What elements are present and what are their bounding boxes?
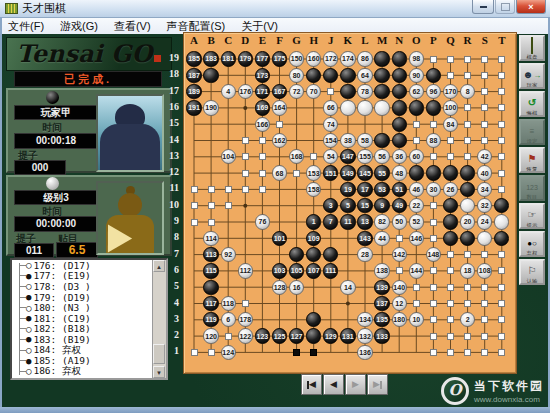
white-stone-Q16: 100 [443, 100, 458, 115]
move-list-item-184[interactable]: ○184: 弃权 [12, 345, 166, 356]
move-text: 181: (C19) [33, 313, 90, 324]
black-stone-B7: 113 [203, 247, 218, 262]
white-komi-value: 6.5 [56, 242, 98, 258]
white-move-icon: ○ [26, 324, 31, 334]
black-stone-B6: 115 [203, 263, 218, 278]
move-text: 187: (A18) [33, 376, 90, 380]
white-stone-D6: 112 [238, 263, 253, 278]
white-territory-marker-D11 [242, 186, 249, 193]
white-stone-N5: 140 [392, 280, 407, 295]
white-territory-marker-T5 [498, 284, 505, 291]
row-label-3: 3 [161, 313, 179, 324]
white-territory-marker-S19 [481, 56, 488, 63]
white-territory-marker-R15 [464, 121, 471, 128]
white-stone-B16: 190 [203, 100, 218, 115]
white-time-value: 00:00:00 [14, 216, 98, 232]
move-list-item-186[interactable]: ○186: 弃权 [12, 366, 166, 377]
white-territory-marker-S14 [481, 137, 488, 144]
maximize-button[interactable] [495, 0, 515, 14]
white-territory-marker-R13 [464, 153, 471, 160]
white-stone-G19: 150 [289, 51, 304, 66]
close-button[interactable]: × [516, 0, 546, 14]
app-window: 天才围棋 × 文件(F)游戏(G)查看(V)声音配置(S)关于(V) Tensa… [0, 0, 550, 413]
black-stone-A17: 189 [186, 84, 201, 99]
row-label-5: 5 [161, 280, 179, 291]
pass-icon: ●○ [527, 232, 537, 250]
white-territory-marker-R16 [464, 104, 471, 111]
black-move-icon: ● [26, 377, 31, 380]
toolbar-button-label: 弃权 [527, 250, 538, 255]
white-stone-D2: 122 [238, 328, 253, 343]
white-territory-marker-T4 [498, 300, 505, 307]
white-move-icon: ○ [26, 281, 31, 291]
move-list-item-177[interactable]: ●177: (E19) [12, 271, 166, 282]
close-icon: × [528, 2, 533, 12]
minimize-icon [480, 6, 487, 8]
white-territory-marker-O14 [413, 137, 420, 144]
black-stone-L11: 17 [357, 182, 372, 197]
white-stone-O9: 52 [409, 214, 424, 229]
white-territory-marker-E11 [259, 186, 266, 193]
white-territory-marker-H13 [310, 153, 317, 160]
white-territory-marker-P13 [430, 153, 437, 160]
menu-item-1[interactable]: 游戏(G) [52, 18, 106, 34]
black-stone-K11: 19 [340, 182, 355, 197]
move-text: 180: (N3 ) [33, 302, 90, 313]
white-stone-F5: 128 [272, 280, 287, 295]
col-label-E: E [254, 34, 270, 46]
col-label-B: B [203, 34, 219, 46]
first-move-icon: ◀ [309, 380, 316, 389]
black-stone-P16 [426, 100, 441, 115]
black-stone-Q8 [443, 231, 458, 246]
black-stone-G6: 105 [289, 263, 304, 278]
white-territory-marker-Q3 [447, 316, 454, 323]
white-stone-E15: 166 [255, 117, 270, 132]
black-stone-H2 [306, 328, 321, 343]
white-territory-marker-T16 [498, 104, 505, 111]
row-label-18: 18 [161, 68, 179, 79]
col-label-D: D [237, 34, 253, 46]
white-territory-marker-A1 [191, 349, 198, 356]
row-label-6: 6 [161, 264, 179, 275]
white-captures-value: 011 [14, 243, 54, 258]
black-stone-H6: 107 [306, 263, 321, 278]
prev-move-icon: ◀ [330, 380, 337, 389]
white-move-icon: ○ [26, 260, 31, 270]
black-stone-O12 [409, 165, 424, 180]
black-territory-marker-H1 [310, 349, 317, 356]
hint-button[interactable]: ☞提示 [519, 203, 545, 229]
white-territory-marker-R1 [464, 349, 471, 356]
black-stone-L12: 145 [357, 165, 372, 180]
black-stone-E18: 173 [255, 68, 270, 83]
row-label-17: 17 [161, 85, 179, 96]
col-label-J: J [323, 34, 339, 46]
toolbar-button-label: 恢复 [527, 166, 538, 171]
white-stone-S9: 24 [477, 214, 492, 229]
restore-icon: ⚑ [528, 148, 537, 166]
next-move-icon: ▶ [352, 380, 359, 389]
white-territory-marker-P4 [430, 300, 437, 307]
black-stone-R12 [460, 165, 475, 180]
black-stone-F19: 175 [272, 51, 287, 66]
count-button: 123数目 [519, 175, 545, 201]
title-bar: 天才围棋 × [0, 0, 550, 18]
menu-item-2[interactable]: 查看(V) [106, 18, 159, 34]
white-territory-marker-Q7 [447, 251, 454, 258]
white-stone-O8: 146 [409, 231, 424, 246]
white-territory-marker-R19 [464, 56, 471, 63]
count-icon: 123 [526, 176, 538, 194]
black-stone-N18 [392, 68, 407, 83]
black-stone-Q12 [443, 165, 458, 180]
white-territory-marker-R7 [464, 251, 471, 258]
black-move-icon: ● [26, 356, 31, 366]
resign-button[interactable]: ⚐认输 [519, 259, 545, 285]
white-territory-marker-T14 [498, 137, 505, 144]
col-label-P: P [425, 34, 441, 46]
white-territory-marker-B1 [208, 349, 215, 356]
white-territory-marker-T1 [498, 349, 505, 356]
move-list-item-176[interactable]: ○176: (D17) [12, 260, 166, 271]
white-territory-marker-T11 [498, 186, 505, 193]
move-list-item-179[interactable]: ●179: (D19) [12, 292, 166, 303]
col-label-F: F [272, 34, 288, 46]
white-territory-marker-D12 [242, 170, 249, 177]
white-territory-marker-Q18 [447, 72, 454, 79]
window-title: 天才围棋 [22, 1, 66, 16]
white-territory-marker-S1 [481, 349, 488, 356]
last-move-icon [380, 381, 382, 389]
white-stone-M8: 44 [374, 231, 389, 246]
white-stone-R9: 20 [460, 214, 475, 229]
white-territory-marker-O4 [413, 300, 420, 307]
toolbar-button-label: 提示 [527, 222, 538, 227]
white-stone-H19: 160 [306, 51, 321, 66]
white-territory-marker-T15 [498, 121, 505, 128]
hint-icon: ☞ [528, 204, 537, 222]
white-territory-marker-S18 [481, 72, 488, 79]
white-stone-M9: 82 [374, 214, 389, 229]
white-territory-marker-Q6 [447, 267, 454, 274]
black-stone-F2: 125 [272, 328, 287, 343]
white-stone-C17: 4 [221, 84, 236, 99]
row-label-11: 11 [161, 182, 179, 193]
black-captures-value: 000 [14, 160, 66, 175]
move-text: 176: (D17) [33, 260, 90, 271]
row-label-16: 16 [161, 101, 179, 112]
white-stone-L3: 134 [357, 312, 372, 327]
black-stone-K13: 147 [340, 149, 355, 164]
white-territory-marker-A9 [191, 219, 198, 226]
black-stone-K17 [340, 84, 355, 99]
toolbar-button-label: 设定 [527, 138, 538, 143]
white-stone-K16 [340, 100, 355, 115]
black-stone-A19: 185 [186, 51, 201, 66]
white-territory-marker-O15 [413, 121, 420, 128]
app-icon [5, 3, 18, 14]
black-stone-M11: 53 [374, 182, 389, 197]
white-stone-O6: 144 [409, 263, 424, 278]
row-label-7: 7 [161, 248, 179, 259]
col-label-O: O [408, 34, 424, 46]
board-grid-button[interactable]: 棋盘 [519, 35, 545, 61]
undo-button[interactable]: ↺悔棋 [519, 91, 545, 117]
white-stone-E9: 76 [255, 214, 270, 229]
white-move-icon: ○ [26, 366, 31, 376]
move-list-item-182[interactable]: ○182: (B18) [12, 324, 166, 335]
black-stone-N19 [392, 51, 407, 66]
menu-item-0[interactable]: 文件(F) [0, 18, 52, 34]
black-stone-M14 [374, 133, 389, 148]
white-territory-marker-G12 [293, 170, 300, 177]
black-stone-K9: 11 [340, 214, 355, 229]
white-territory-marker-D14 [242, 137, 249, 144]
white-stone-K14: 38 [340, 133, 355, 148]
white-territory-marker-Q14 [447, 137, 454, 144]
white-territory-marker-S4 [481, 300, 488, 307]
black-stone-L8: 143 [357, 231, 372, 246]
white-stone-R6: 18 [460, 263, 475, 278]
move-text: 178: (D3 ) [33, 281, 90, 292]
first-move-button[interactable]: ◀ [301, 374, 322, 395]
white-territory-marker-T12 [498, 170, 505, 177]
white-stone-G5: 16 [289, 280, 304, 295]
row-label-8: 8 [161, 231, 179, 242]
client-area: Tensai GO 已完成. 玩家甲 时间 00:00:18 提子 000 级别… [2, 34, 548, 407]
white-territory-marker-P8 [430, 235, 437, 242]
black-stone-K18 [340, 68, 355, 83]
col-label-R: R [460, 34, 476, 46]
black-stone-N14 [392, 133, 407, 148]
move-list-item-180[interactable]: ○180: (N3 ) [12, 302, 166, 313]
black-stone-F8: 101 [272, 231, 287, 246]
black-stone-K2: 131 [340, 328, 355, 343]
white-territory-marker-Q2 [447, 333, 454, 340]
white-stone-L14: 58 [357, 133, 372, 148]
player-icon: ☻→ [523, 64, 542, 82]
white-territory-marker-Q13 [447, 153, 454, 160]
undo-icon: ↺ [528, 92, 536, 110]
black-stone-P12 [426, 165, 441, 180]
black-stone-L9: 13 [357, 214, 372, 229]
white-stone-icon [46, 177, 59, 190]
white-territory-marker-B9 [208, 219, 215, 226]
go-board[interactable]: ABCDEFGHJKLMNOPQRST185183181179177175150… [183, 32, 517, 374]
row-label-1: 1 [161, 345, 179, 356]
white-stone-L13: 155 [357, 149, 372, 164]
minimize-button[interactable] [472, 0, 494, 14]
black-stone-N15 [392, 117, 407, 132]
white-territory-marker-S5 [481, 284, 488, 291]
white-territory-marker-Q4 [447, 300, 454, 307]
black-player-name: 玩家甲 [14, 105, 98, 120]
white-territory-marker-E13 [259, 153, 266, 160]
white-territory-marker-N6 [396, 267, 403, 274]
move-list-item-181[interactable]: ●181: (C19) [12, 313, 166, 324]
watermark-url: www.downxia.com [474, 395, 544, 404]
white-stone-L17: 78 [357, 84, 372, 99]
white-territory-marker-B11 [208, 186, 215, 193]
white-territory-marker-R14 [464, 137, 471, 144]
board-grid-icon [531, 36, 533, 54]
black-stone-B5 [203, 280, 218, 295]
white-stone-L1: 136 [357, 345, 372, 360]
white-stone-J19: 172 [323, 51, 338, 66]
white-territory-marker-P6 [430, 267, 437, 274]
white-territory-marker-T2 [498, 333, 505, 340]
black-player-panel: 玩家甲 时间 00:00:18 提子 000 [6, 88, 172, 173]
game-status: 已完成. [14, 71, 162, 87]
black-stone-E2: 123 [255, 328, 270, 343]
last-move-button: ▶ [367, 374, 388, 395]
black-stone-A16: 191 [186, 100, 201, 115]
player-button[interactable]: ☻→玩家 [519, 63, 545, 89]
col-label-S: S [477, 34, 493, 46]
white-stone-C1: 124 [221, 345, 236, 360]
white-stone-L2: 132 [357, 328, 372, 343]
white-territory-marker-R2 [464, 333, 471, 340]
white-territory-marker-S7 [481, 251, 488, 258]
white-territory-marker-D4 [242, 300, 249, 307]
row-label-2: 2 [161, 329, 179, 340]
white-stone-T9 [494, 214, 509, 229]
white-territory-marker-E12 [259, 170, 266, 177]
white-territory-marker-T3 [498, 316, 505, 323]
white-territory-marker-D13 [242, 153, 249, 160]
white-territory-marker-P19 [430, 56, 437, 63]
white-territory-marker-P2 [430, 333, 437, 340]
row-label-12: 12 [161, 166, 179, 177]
white-move-icon: ○ [26, 303, 31, 313]
black-time-value: 00:00:18 [14, 133, 98, 149]
white-territory-marker-C2 [225, 333, 232, 340]
black-stone-E16: 169 [255, 100, 270, 115]
white-territory-marker-C10 [225, 202, 232, 209]
white-territory-marker-N8 [396, 235, 403, 242]
black-move-icon: ● [26, 271, 31, 281]
white-stone-O19: 98 [409, 51, 424, 66]
move-text: 179: (D19) [33, 292, 90, 303]
white-territory-marker-T18 [498, 72, 505, 79]
black-stone-icon [46, 91, 59, 104]
black-stone-G2: 127 [289, 328, 304, 343]
move-list-item-187[interactable]: ●187: (A18) [12, 377, 166, 380]
black-player-avatar [96, 94, 164, 172]
logo-text: Tensai GO [7, 38, 171, 70]
white-territory-marker-Q1 [447, 349, 454, 356]
white-stone-B2: 120 [203, 328, 218, 343]
last-move-icon: ▶ [373, 380, 380, 389]
white-territory-marker-P15 [430, 121, 437, 128]
white-territory-marker-T17 [498, 88, 505, 95]
black-stone-K10: 5 [340, 198, 355, 213]
white-stone-N12: 48 [392, 165, 407, 180]
move-text: 177: (E19) [33, 270, 90, 281]
black-stone-D19: 179 [238, 51, 253, 66]
white-stone-N4: 12 [392, 296, 407, 311]
white-stone-L18: 64 [357, 68, 372, 83]
window-border-left [0, 17, 2, 407]
white-stone-C4: 118 [221, 296, 236, 311]
col-label-H: H [306, 34, 322, 46]
row-label-15: 15 [161, 117, 179, 128]
white-territory-marker-A10 [191, 202, 198, 209]
white-stone-O11: 46 [409, 182, 424, 197]
white-player-avatar [96, 181, 164, 255]
row-label-10: 10 [161, 199, 179, 210]
white-territory-marker-P5 [430, 284, 437, 291]
black-stone-M19 [374, 51, 389, 66]
white-stone-L7: 28 [357, 247, 372, 262]
white-stone-N9: 50 [392, 214, 407, 229]
prev-move-button[interactable]: ◀ [323, 374, 344, 395]
white-territory-marker-R18 [464, 72, 471, 79]
black-stone-E19: 177 [255, 51, 270, 66]
black-stone-K12: 149 [340, 165, 355, 180]
maximize-icon [501, 3, 510, 11]
watermark: O 当下软件园 www.downxia.com [441, 377, 544, 405]
col-label-L: L [357, 34, 373, 46]
col-label-A: A [186, 34, 202, 46]
move-text: 182: (B18) [33, 323, 90, 334]
white-stone-J16: 66 [323, 100, 338, 115]
move-list[interactable]: ○176: (D17)●177: (E19)○178: (D3 )●179: (… [10, 258, 168, 380]
black-stone-H9: 1 [306, 214, 321, 229]
settings-icon: ≡ [530, 120, 535, 138]
black-stone-M4: 137 [374, 296, 389, 311]
black-stone-Q9 [443, 214, 458, 229]
black-stone-B19: 183 [203, 51, 218, 66]
white-territory-marker-B10 [208, 202, 215, 209]
row-label-9: 9 [161, 215, 179, 226]
white-stone-F16: 164 [272, 100, 287, 115]
black-stone-F6: 103 [272, 263, 287, 278]
restore-button[interactable]: ⚑恢复 [519, 147, 545, 173]
white-territory-marker-A11 [191, 186, 198, 193]
row-label-14: 14 [161, 134, 179, 145]
window-border-bottom [0, 407, 550, 413]
white-territory-marker-P1 [430, 349, 437, 356]
pass-button[interactable]: ●○弃权 [519, 231, 545, 257]
white-stone-B8: 114 [203, 231, 218, 246]
black-stone-B18 [203, 68, 218, 83]
settings-button: ≡设定 [519, 119, 545, 145]
move-list-item-178[interactable]: ○178: (D3 ) [12, 281, 166, 292]
white-territory-marker-S16 [481, 104, 488, 111]
black-stone-M10: 9 [374, 198, 389, 213]
col-label-T: T [494, 34, 510, 46]
col-label-G: G [289, 34, 305, 46]
white-stone-S12: 40 [477, 165, 492, 180]
white-player-panel: 级别3 时间 00:00:00 提子 贴目 011 6.5 [6, 175, 172, 256]
black-stone-M5: 139 [374, 280, 389, 295]
white-territory-marker-S17 [481, 88, 488, 95]
black-stone-C19: 181 [221, 51, 236, 66]
black-stone-M2: 133 [374, 328, 389, 343]
white-territory-marker-P9 [430, 219, 437, 226]
black-stone-O16 [409, 100, 424, 115]
watermark-logo-icon: O [441, 377, 469, 405]
black-stone-L10: 15 [357, 198, 372, 213]
white-stone-K19: 174 [340, 51, 355, 66]
black-territory-marker-G1 [293, 349, 300, 356]
black-stone-M12: 55 [374, 165, 389, 180]
move-navigation: ◀◀▶▶ [301, 374, 389, 395]
toolbar-button-label: 棋盘 [527, 54, 538, 59]
row-label-4: 4 [161, 297, 179, 308]
